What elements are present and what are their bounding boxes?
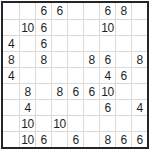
- cell-r3c7[interactable]: [99, 35, 115, 51]
- cell-r5c2[interactable]: [19, 67, 35, 83]
- cell-r5c6[interactable]: [83, 67, 99, 83]
- cell-r1c2[interactable]: [19, 3, 35, 19]
- cell-r9c9[interactable]: 6: [131, 131, 147, 147]
- cell-r5c7[interactable]: 4: [99, 67, 115, 83]
- cell-r7c1[interactable]: [3, 99, 19, 115]
- cell-r8c1[interactable]: [3, 115, 19, 131]
- cell-r5c5[interactable]: [67, 67, 83, 83]
- cell-r6c4[interactable]: 8: [51, 83, 67, 99]
- cell-r6c9[interactable]: [131, 83, 147, 99]
- cell-r3c9[interactable]: [131, 35, 147, 51]
- cell-r8c9[interactable]: [131, 115, 147, 131]
- cell-r4c8[interactable]: [115, 51, 131, 67]
- cell-r8c8[interactable]: [115, 115, 131, 131]
- cell-r4c4[interactable]: [51, 51, 67, 67]
- cell-r1c3[interactable]: 6: [35, 3, 51, 19]
- cell-r3c5[interactable]: [67, 35, 83, 51]
- cell-r9c7[interactable]: 8: [99, 131, 115, 147]
- cell-r1c1[interactable]: [3, 3, 19, 19]
- cell-r8c7[interactable]: [99, 115, 115, 131]
- cell-r5c9[interactable]: [131, 67, 147, 83]
- cell-r3c2[interactable]: [19, 35, 35, 51]
- cell-r2c6[interactable]: [83, 19, 99, 35]
- cell-r2c3[interactable]: 6: [35, 19, 51, 35]
- cell-r5c8[interactable]: 6: [115, 67, 131, 83]
- cell-r3c8[interactable]: [115, 35, 131, 51]
- cell-r7c2[interactable]: 4: [19, 99, 35, 115]
- cell-r3c4[interactable]: [51, 35, 67, 51]
- cell-r7c8[interactable]: [115, 99, 131, 115]
- cell-r6c8[interactable]: [115, 83, 131, 99]
- cell-r1c4[interactable]: 6: [51, 3, 67, 19]
- cell-r5c3[interactable]: [35, 67, 51, 83]
- cell-r2c1[interactable]: [3, 19, 19, 35]
- cell-r9c1[interactable]: [3, 131, 19, 147]
- cell-r4c7[interactable]: 6: [99, 51, 115, 67]
- cell-r2c7[interactable]: 10: [99, 19, 115, 35]
- cell-r4c5[interactable]: [67, 51, 83, 67]
- cell-r6c5[interactable]: 6: [67, 83, 83, 99]
- cell-r4c1[interactable]: 8: [3, 51, 19, 67]
- cell-r3c1[interactable]: 4: [3, 35, 19, 51]
- cell-r4c9[interactable]: 8: [131, 51, 147, 67]
- cell-r7c9[interactable]: 4: [131, 99, 147, 115]
- cell-r6c1[interactable]: [3, 83, 19, 99]
- cell-r8c3[interactable]: [35, 115, 51, 131]
- cell-r9c5[interactable]: 6: [67, 131, 83, 147]
- cell-r2c8[interactable]: [115, 19, 131, 35]
- cell-r7c7[interactable]: 6: [99, 99, 115, 115]
- cell-r9c4[interactable]: [51, 131, 67, 147]
- cell-r2c5[interactable]: [67, 19, 83, 35]
- cell-r9c3[interactable]: 6: [35, 131, 51, 147]
- puzzle-board-wrap: 666810610468886844688661046410101066866: [1, 1, 149, 149]
- cell-r9c6[interactable]: [83, 131, 99, 147]
- cell-r2c9[interactable]: [131, 19, 147, 35]
- cell-r1c8[interactable]: 8: [115, 3, 131, 19]
- cell-r8c5[interactable]: [67, 115, 83, 131]
- cell-r8c4[interactable]: 10: [51, 115, 67, 131]
- cell-r4c2[interactable]: [19, 51, 35, 67]
- cell-r7c6[interactable]: [83, 99, 99, 115]
- cell-r6c6[interactable]: 6: [83, 83, 99, 99]
- cell-r6c2[interactable]: 8: [19, 83, 35, 99]
- cell-r8c6[interactable]: [83, 115, 99, 131]
- cell-r8c2[interactable]: 10: [19, 115, 35, 131]
- cell-r9c8[interactable]: 6: [115, 131, 131, 147]
- cell-r5c1[interactable]: 4: [3, 67, 19, 83]
- cell-r7c3[interactable]: [35, 99, 51, 115]
- cell-r6c3[interactable]: [35, 83, 51, 99]
- cell-r7c4[interactable]: [51, 99, 67, 115]
- cell-r1c6[interactable]: [83, 3, 99, 19]
- cell-r1c7[interactable]: 6: [99, 3, 115, 19]
- cell-r9c2[interactable]: 10: [19, 131, 35, 147]
- cell-r4c6[interactable]: 8: [83, 51, 99, 67]
- puzzle-board: 666810610468886844688661046410101066866: [1, 1, 149, 149]
- cell-r7c5[interactable]: [67, 99, 83, 115]
- cell-r1c5[interactable]: [67, 3, 83, 19]
- cell-r3c3[interactable]: 6: [35, 35, 51, 51]
- cell-r4c3[interactable]: 8: [35, 51, 51, 67]
- cell-r1c9[interactable]: [131, 3, 147, 19]
- cell-r2c2[interactable]: 10: [19, 19, 35, 35]
- cell-r6c7[interactable]: 10: [99, 83, 115, 99]
- cell-r2c4[interactable]: [51, 19, 67, 35]
- cell-r3c6[interactable]: [83, 35, 99, 51]
- cell-r5c4[interactable]: [51, 67, 67, 83]
